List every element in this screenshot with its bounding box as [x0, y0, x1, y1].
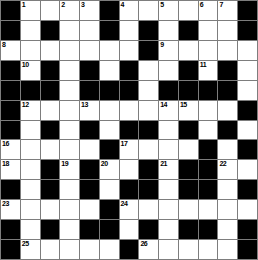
white-cell-r2c5[interactable]: [100, 41, 119, 60]
black-cell-r11c4: [80, 220, 99, 239]
black-cell-r6c4: [80, 121, 99, 140]
white-cell-r10c0[interactable]: 23: [1, 200, 20, 219]
white-cell-r8c11[interactable]: 22: [218, 160, 237, 179]
black-cell-r11c7: [139, 220, 158, 239]
black-cell-r1c0: [1, 21, 20, 40]
white-cell-r1c10[interactable]: [199, 21, 218, 40]
black-cell-r4c4: [80, 81, 99, 100]
black-cell-r9c9: [179, 180, 198, 199]
white-cell-r0c9[interactable]: [179, 1, 198, 20]
black-cell-r7c10: [199, 140, 218, 159]
white-cell-r2c9[interactable]: [179, 41, 198, 60]
white-cell-r8c3[interactable]: 19: [60, 160, 79, 179]
black-cell-r9c12: [238, 180, 257, 199]
white-cell-r10c9[interactable]: [179, 200, 198, 219]
white-cell-r1c1[interactable]: [21, 21, 40, 40]
black-cell-r6c9: [179, 121, 198, 140]
black-cell-r1c12: [238, 21, 257, 40]
clue-number-25: 25: [22, 240, 29, 248]
white-cell-r1c11[interactable]: [218, 21, 237, 40]
clue-number-6: 6: [200, 1, 203, 9]
white-cell-r4c3[interactable]: [60, 81, 79, 100]
white-cell-r0c1[interactable]: 1: [21, 1, 40, 20]
black-cell-r6c6: [120, 121, 139, 140]
white-cell-r8c0[interactable]: 18: [1, 160, 20, 179]
black-cell-r7c12: [238, 140, 257, 159]
white-cell-r3c1[interactable]: 10: [21, 61, 40, 80]
white-cell-r8c1[interactable]: [21, 160, 40, 179]
black-cell-r11c5: [100, 220, 119, 239]
white-cell-r3c7[interactable]: [139, 61, 158, 80]
black-cell-r9c10: [199, 180, 218, 199]
black-cell-r6c7: [139, 121, 158, 140]
white-cell-r12c9[interactable]: [179, 240, 198, 259]
black-cell-r5c12: [238, 101, 257, 120]
black-cell-r9c4: [80, 180, 99, 199]
white-cell-r0c10[interactable]: 6: [199, 1, 218, 20]
white-cell-r5c10[interactable]: [199, 101, 218, 120]
white-cell-r0c4[interactable]: 3: [80, 1, 99, 20]
black-cell-r11c9: [179, 220, 198, 239]
white-cell-r9c3[interactable]: [60, 180, 79, 199]
white-cell-r9c1[interactable]: [21, 180, 40, 199]
white-cell-r7c7[interactable]: [139, 140, 158, 159]
clue-number-24: 24: [121, 200, 128, 208]
clue-number-7: 7: [219, 1, 222, 9]
white-cell-r2c2[interactable]: [41, 41, 60, 60]
black-cell-r4c9: [179, 81, 198, 100]
white-cell-r12c7[interactable]: 26: [139, 240, 158, 259]
white-cell-r8c8[interactable]: 21: [159, 160, 178, 179]
clue-number-4: 4: [121, 1, 124, 9]
black-cell-r10c5: [100, 200, 119, 219]
white-cell-r10c2[interactable]: [41, 200, 60, 219]
black-cell-r11c10: [199, 220, 218, 239]
white-cell-r10c3[interactable]: [60, 200, 79, 219]
white-cell-r11c1[interactable]: [21, 220, 40, 239]
white-cell-r7c3[interactable]: [60, 140, 79, 159]
black-cell-r6c11: [218, 121, 237, 140]
clue-number-15: 15: [180, 101, 187, 109]
white-cell-r12c10[interactable]: [199, 240, 218, 259]
white-cell-r8c5[interactable]: 20: [100, 160, 119, 179]
clue-number-20: 20: [101, 160, 108, 168]
white-cell-r12c1[interactable]: 25: [21, 240, 40, 259]
black-cell-r4c11: [218, 81, 237, 100]
clue-number-12: 12: [22, 101, 29, 109]
black-cell-r0c0: [1, 1, 20, 20]
white-cell-r2c0[interactable]: 8: [1, 41, 20, 60]
black-cell-r2c7: [139, 41, 158, 60]
white-cell-r4c12[interactable]: [238, 81, 257, 100]
white-cell-r12c4[interactable]: [80, 240, 99, 259]
clue-number-18: 18: [2, 160, 9, 168]
white-cell-r7c2[interactable]: [41, 140, 60, 159]
white-cell-r5c1[interactable]: 12: [21, 101, 40, 120]
white-cell-r10c11[interactable]: [218, 200, 237, 219]
clue-number-17: 17: [121, 140, 128, 148]
white-cell-r10c10[interactable]: [199, 200, 218, 219]
clue-number-11: 11: [200, 61, 206, 69]
white-cell-r6c10[interactable]: [199, 121, 218, 140]
white-cell-r10c12[interactable]: [238, 200, 257, 219]
white-cell-r3c3[interactable]: [60, 61, 79, 80]
black-cell-r0c12: [238, 1, 257, 20]
white-cell-r11c3[interactable]: [60, 220, 79, 239]
white-cell-r0c8[interactable]: 5: [159, 1, 178, 20]
white-cell-r2c3[interactable]: [60, 41, 79, 60]
clue-number-16: 16: [2, 140, 9, 148]
clue-number-10: 10: [22, 61, 29, 69]
white-cell-r2c8[interactable]: 9: [159, 41, 178, 60]
clue-number-9: 9: [160, 41, 163, 49]
white-cell-r0c11[interactable]: 7: [218, 1, 237, 20]
white-cell-r7c1[interactable]: [21, 140, 40, 159]
white-cell-r8c12[interactable]: [238, 160, 257, 179]
black-cell-r3c11: [218, 61, 237, 80]
white-cell-r10c7[interactable]: [139, 200, 158, 219]
black-cell-r4c8: [159, 81, 178, 100]
white-cell-r6c3[interactable]: [60, 121, 79, 140]
white-cell-r0c2[interactable]: [41, 1, 60, 20]
black-cell-r8c4: [80, 160, 99, 179]
black-cell-r11c12: [238, 220, 257, 239]
white-cell-r5c11[interactable]: [218, 101, 237, 120]
white-cell-r3c10[interactable]: 11: [199, 61, 218, 80]
black-cell-r7c5: [100, 140, 119, 159]
white-cell-r5c5[interactable]: [100, 101, 119, 120]
clue-number-21: 21: [160, 160, 167, 168]
white-cell-r9c8[interactable]: [159, 180, 178, 199]
white-cell-r6c5[interactable]: [100, 121, 119, 140]
white-cell-r11c6[interactable]: [120, 220, 139, 239]
black-cell-r8c7: [139, 160, 158, 179]
white-cell-r1c6[interactable]: [120, 21, 139, 40]
clue-number-22: 22: [219, 160, 226, 168]
black-cell-r8c9: [179, 160, 198, 179]
clue-number-23: 23: [2, 200, 9, 208]
clue-number-5: 5: [160, 1, 163, 9]
black-cell-r12c0: [1, 240, 20, 259]
clue-number-26: 26: [140, 240, 147, 248]
white-cell-r7c0[interactable]: 16: [1, 140, 20, 159]
crossword-board: 1234567891011121314151617181920212223242…: [0, 0, 258, 260]
clue-number-14: 14: [160, 101, 167, 109]
white-cell-r3c8[interactable]: [159, 61, 178, 80]
white-cell-r1c3[interactable]: [60, 21, 79, 40]
clue-number-13: 13: [81, 101, 88, 109]
white-cell-r6c12[interactable]: [238, 121, 257, 140]
white-cell-r7c9[interactable]: [179, 140, 198, 159]
black-cell-r12c12: [238, 240, 257, 259]
white-cell-r1c4[interactable]: [80, 21, 99, 40]
black-cell-r12c6: [120, 240, 139, 259]
white-cell-r12c2[interactable]: [41, 240, 60, 259]
white-cell-r11c11[interactable]: [218, 220, 237, 239]
white-cell-r12c5[interactable]: [100, 240, 119, 259]
black-cell-r1c9: [179, 21, 198, 40]
white-cell-r7c8[interactable]: [159, 140, 178, 159]
white-cell-r5c7[interactable]: [139, 101, 158, 120]
black-cell-r4c1: [21, 81, 40, 100]
black-cell-r11c2: [41, 220, 60, 239]
black-cell-r5c0: [1, 101, 20, 120]
black-cell-r9c6: [120, 180, 139, 199]
black-cell-r6c2: [41, 121, 60, 140]
black-cell-r4c6: [120, 81, 139, 100]
white-cell-r2c6[interactable]: [120, 41, 139, 60]
white-cell-r0c7[interactable]: [139, 1, 158, 20]
white-cell-r9c5[interactable]: [100, 180, 119, 199]
white-cell-r2c12[interactable]: [238, 41, 257, 60]
black-cell-r1c5: [100, 21, 119, 40]
black-cell-r9c0: [1, 180, 20, 199]
white-cell-r4c7[interactable]: [139, 81, 158, 100]
white-cell-r7c4[interactable]: [80, 140, 99, 159]
white-cell-r5c3[interactable]: [60, 101, 79, 120]
white-cell-r12c11[interactable]: [218, 240, 237, 259]
white-cell-r8c6[interactable]: [120, 160, 139, 179]
white-cell-r7c11[interactable]: [218, 140, 237, 159]
white-cell-r10c6[interactable]: 24: [120, 200, 139, 219]
white-cell-r5c2[interactable]: [41, 101, 60, 120]
black-cell-r3c0: [1, 61, 20, 80]
black-cell-r4c10: [199, 81, 218, 100]
black-cell-r3c6: [120, 61, 139, 80]
black-cell-r8c2: [41, 160, 60, 179]
white-cell-r6c8[interactable]: [159, 121, 178, 140]
black-cell-r11c0: [1, 220, 20, 239]
white-cell-r5c6[interactable]: [120, 101, 139, 120]
black-cell-r4c0: [1, 81, 20, 100]
white-cell-r10c1[interactable]: [21, 200, 40, 219]
white-cell-r0c3[interactable]: 2: [60, 1, 79, 20]
white-cell-r5c8[interactable]: 14: [159, 101, 178, 120]
white-cell-r12c8[interactable]: [159, 240, 178, 259]
black-cell-r8c10: [199, 160, 218, 179]
clue-number-3: 3: [81, 1, 84, 9]
white-cell-r3c5[interactable]: [100, 61, 119, 80]
clue-number-19: 19: [61, 160, 68, 168]
white-cell-r10c8[interactable]: [159, 200, 178, 219]
white-cell-r5c4[interactable]: 13: [80, 101, 99, 120]
white-cell-r3c12[interactable]: [238, 61, 257, 80]
clue-number-2: 2: [61, 1, 64, 9]
black-cell-r3c2: [41, 61, 60, 80]
black-cell-r1c7: [139, 21, 158, 40]
black-cell-r4c5: [100, 81, 119, 100]
white-cell-r2c4[interactable]: [80, 41, 99, 60]
clue-number-8: 8: [2, 41, 5, 49]
white-cell-r0c6[interactable]: 4: [120, 1, 139, 20]
white-cell-r12c3[interactable]: [60, 240, 79, 259]
black-cell-r1c2: [41, 21, 60, 40]
white-cell-r2c10[interactable]: [199, 41, 218, 60]
black-cell-r4c2: [41, 81, 60, 100]
clue-number-1: 1: [22, 1, 25, 9]
white-cell-r1c8[interactable]: [159, 21, 178, 40]
white-cell-r2c11[interactable]: [218, 41, 237, 60]
black-cell-r3c9: [179, 61, 198, 80]
white-cell-r9c11[interactable]: [218, 180, 237, 199]
white-cell-r5c9[interactable]: 15: [179, 101, 198, 120]
black-cell-r3c4: [80, 61, 99, 80]
white-cell-r10c4[interactable]: [80, 200, 99, 219]
black-cell-r0c5: [100, 1, 119, 20]
black-cell-r6c0: [1, 121, 20, 140]
black-cell-r9c7: [139, 180, 158, 199]
white-cell-r7c6[interactable]: 17: [120, 140, 139, 159]
white-cell-r6c1[interactable]: [21, 121, 40, 140]
white-cell-r2c1[interactable]: [21, 41, 40, 60]
black-cell-r9c2: [41, 180, 60, 199]
white-cell-r11c8[interactable]: [159, 220, 178, 239]
